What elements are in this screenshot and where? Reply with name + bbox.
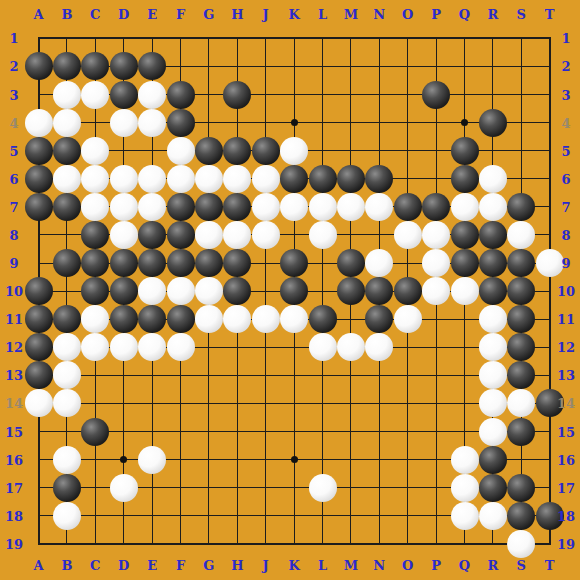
black-stone[interactable] bbox=[223, 277, 251, 305]
black-stone[interactable] bbox=[479, 277, 507, 305]
black-stone[interactable] bbox=[507, 333, 535, 361]
white-stone[interactable] bbox=[53, 389, 81, 417]
black-stone[interactable] bbox=[451, 137, 479, 165]
white-stone[interactable] bbox=[252, 305, 280, 333]
col-label-bottom-M: M bbox=[344, 559, 358, 572]
black-stone[interactable] bbox=[479, 221, 507, 249]
row-label-left-18: 18 bbox=[5, 509, 23, 522]
black-stone[interactable] bbox=[365, 165, 393, 193]
white-stone[interactable] bbox=[422, 221, 450, 249]
white-stone[interactable] bbox=[252, 165, 280, 193]
white-stone[interactable] bbox=[223, 165, 251, 193]
white-stone[interactable] bbox=[53, 165, 81, 193]
white-stone[interactable] bbox=[365, 193, 393, 221]
black-stone[interactable] bbox=[167, 249, 195, 277]
col-label-top-A: A bbox=[33, 8, 43, 21]
black-stone[interactable] bbox=[25, 137, 53, 165]
black-stone[interactable] bbox=[479, 249, 507, 277]
row-label-right-11: 11 bbox=[557, 313, 575, 326]
black-stone[interactable] bbox=[337, 249, 365, 277]
col-label-top-F: F bbox=[176, 8, 185, 21]
black-stone[interactable] bbox=[25, 165, 53, 193]
black-stone[interactable] bbox=[365, 277, 393, 305]
black-stone[interactable] bbox=[53, 193, 81, 221]
star-point bbox=[120, 456, 127, 463]
black-stone[interactable] bbox=[53, 52, 81, 80]
col-label-bottom-G: G bbox=[203, 559, 214, 572]
white-stone[interactable] bbox=[138, 446, 166, 474]
black-stone[interactable] bbox=[167, 305, 195, 333]
col-label-top-N: N bbox=[373, 8, 385, 21]
black-stone[interactable] bbox=[223, 81, 251, 109]
black-stone[interactable] bbox=[507, 249, 535, 277]
col-label-bottom-L: L bbox=[318, 559, 327, 572]
black-stone[interactable] bbox=[138, 305, 166, 333]
row-label-right-17: 17 bbox=[557, 481, 575, 494]
black-stone[interactable] bbox=[422, 193, 450, 221]
white-stone[interactable] bbox=[280, 305, 308, 333]
col-label-top-C: C bbox=[90, 8, 100, 21]
black-stone[interactable] bbox=[167, 109, 195, 137]
black-stone[interactable] bbox=[25, 277, 53, 305]
black-stone[interactable] bbox=[81, 277, 109, 305]
col-label-top-B: B bbox=[61, 8, 72, 21]
white-stone[interactable] bbox=[451, 277, 479, 305]
row-label-left-17: 17 bbox=[5, 481, 23, 494]
white-stone[interactable] bbox=[337, 333, 365, 361]
white-stone[interactable] bbox=[25, 109, 53, 137]
white-stone[interactable] bbox=[25, 389, 53, 417]
white-stone[interactable] bbox=[479, 333, 507, 361]
col-label-top-D: D bbox=[118, 8, 129, 21]
white-stone[interactable] bbox=[110, 109, 138, 137]
white-stone[interactable] bbox=[167, 333, 195, 361]
white-stone[interactable] bbox=[365, 249, 393, 277]
white-stone[interactable] bbox=[479, 418, 507, 446]
white-stone[interactable] bbox=[110, 193, 138, 221]
white-stone[interactable] bbox=[451, 446, 479, 474]
row-label-left-4: 4 bbox=[9, 116, 18, 129]
white-stone[interactable] bbox=[479, 361, 507, 389]
black-stone[interactable] bbox=[252, 137, 280, 165]
white-stone[interactable] bbox=[53, 81, 81, 109]
black-stone[interactable] bbox=[25, 305, 53, 333]
black-stone[interactable] bbox=[479, 474, 507, 502]
row-label-left-10: 10 bbox=[5, 285, 23, 298]
black-stone[interactable] bbox=[394, 193, 422, 221]
row-label-right-12: 12 bbox=[557, 341, 575, 354]
white-stone[interactable] bbox=[394, 221, 422, 249]
row-label-left-2: 2 bbox=[9, 60, 18, 73]
black-stone[interactable] bbox=[507, 474, 535, 502]
black-stone[interactable] bbox=[365, 305, 393, 333]
white-stone[interactable] bbox=[422, 249, 450, 277]
white-stone[interactable] bbox=[536, 249, 564, 277]
black-stone[interactable] bbox=[280, 249, 308, 277]
col-label-top-P: P bbox=[431, 8, 441, 21]
black-stone[interactable] bbox=[53, 137, 81, 165]
black-stone[interactable] bbox=[309, 305, 337, 333]
white-stone[interactable] bbox=[110, 165, 138, 193]
row-label-left-16: 16 bbox=[5, 453, 23, 466]
row-label-right-5: 5 bbox=[561, 144, 570, 157]
black-stone[interactable] bbox=[53, 474, 81, 502]
white-stone[interactable] bbox=[223, 221, 251, 249]
white-stone[interactable] bbox=[195, 165, 223, 193]
col-label-top-H: H bbox=[231, 8, 243, 21]
grid-line bbox=[549, 37, 551, 544]
row-label-right-7: 7 bbox=[561, 200, 570, 213]
white-stone[interactable] bbox=[479, 305, 507, 333]
row-label-left-11: 11 bbox=[5, 313, 23, 326]
col-label-top-M: M bbox=[344, 8, 358, 21]
row-label-right-3: 3 bbox=[561, 88, 570, 101]
white-stone[interactable] bbox=[81, 137, 109, 165]
row-label-right-19: 19 bbox=[557, 537, 575, 550]
black-stone[interactable] bbox=[81, 418, 109, 446]
black-stone[interactable] bbox=[507, 193, 535, 221]
black-stone[interactable] bbox=[507, 418, 535, 446]
white-stone[interactable] bbox=[365, 333, 393, 361]
grid-line bbox=[38, 543, 551, 545]
col-label-bottom-S: S bbox=[517, 559, 526, 572]
col-label-top-G: G bbox=[203, 8, 214, 21]
black-stone[interactable] bbox=[280, 165, 308, 193]
white-stone[interactable] bbox=[280, 193, 308, 221]
white-stone[interactable] bbox=[110, 474, 138, 502]
white-stone[interactable] bbox=[309, 333, 337, 361]
white-stone[interactable] bbox=[195, 305, 223, 333]
white-stone[interactable] bbox=[53, 109, 81, 137]
white-stone[interactable] bbox=[53, 446, 81, 474]
black-stone[interactable] bbox=[110, 52, 138, 80]
white-stone[interactable] bbox=[507, 221, 535, 249]
row-label-right-15: 15 bbox=[557, 425, 575, 438]
col-label-bottom-F: F bbox=[176, 559, 185, 572]
white-stone[interactable] bbox=[451, 193, 479, 221]
white-stone[interactable] bbox=[337, 193, 365, 221]
col-label-bottom-O: O bbox=[402, 559, 413, 572]
grid-line bbox=[322, 37, 323, 544]
black-stone[interactable] bbox=[81, 52, 109, 80]
black-stone[interactable] bbox=[479, 109, 507, 137]
col-label-top-L: L bbox=[318, 8, 327, 21]
black-stone[interactable] bbox=[167, 193, 195, 221]
white-stone[interactable] bbox=[479, 389, 507, 417]
white-stone[interactable] bbox=[422, 277, 450, 305]
row-label-left-6: 6 bbox=[9, 172, 18, 185]
white-stone[interactable] bbox=[81, 333, 109, 361]
col-label-bottom-H: H bbox=[231, 559, 243, 572]
col-label-top-T: T bbox=[545, 8, 555, 21]
black-stone[interactable] bbox=[223, 249, 251, 277]
row-label-right-8: 8 bbox=[561, 228, 570, 241]
star-point bbox=[291, 456, 298, 463]
white-stone[interactable] bbox=[479, 165, 507, 193]
row-label-right-16: 16 bbox=[557, 453, 575, 466]
col-label-top-O: O bbox=[402, 8, 413, 21]
white-stone[interactable] bbox=[507, 389, 535, 417]
col-label-top-Q: Q bbox=[459, 8, 470, 21]
col-label-top-E: E bbox=[147, 8, 157, 21]
col-label-bottom-T: T bbox=[545, 559, 555, 572]
white-stone[interactable] bbox=[167, 165, 195, 193]
black-stone[interactable] bbox=[25, 52, 53, 80]
col-label-bottom-J: J bbox=[263, 559, 269, 572]
white-stone[interactable] bbox=[138, 109, 166, 137]
col-label-bottom-A: A bbox=[33, 559, 43, 572]
white-stone[interactable] bbox=[53, 333, 81, 361]
grid-line bbox=[38, 403, 551, 404]
white-stone[interactable] bbox=[195, 221, 223, 249]
black-stone[interactable] bbox=[195, 137, 223, 165]
white-stone[interactable] bbox=[195, 277, 223, 305]
white-stone[interactable] bbox=[309, 193, 337, 221]
black-stone[interactable] bbox=[195, 193, 223, 221]
black-stone[interactable] bbox=[223, 137, 251, 165]
row-label-left-13: 13 bbox=[5, 369, 23, 382]
black-stone[interactable] bbox=[138, 52, 166, 80]
white-stone[interactable] bbox=[479, 502, 507, 530]
white-stone[interactable] bbox=[167, 137, 195, 165]
white-stone[interactable] bbox=[507, 530, 535, 558]
black-stone[interactable] bbox=[507, 305, 535, 333]
star-point bbox=[461, 119, 468, 126]
row-label-right-14: 14 bbox=[557, 397, 575, 410]
col-label-top-R: R bbox=[487, 8, 498, 21]
black-stone[interactable] bbox=[280, 277, 308, 305]
white-stone[interactable] bbox=[451, 502, 479, 530]
col-label-bottom-K: K bbox=[288, 559, 299, 572]
black-stone[interactable] bbox=[81, 249, 109, 277]
row-label-left-8: 8 bbox=[9, 228, 18, 241]
black-stone[interactable] bbox=[507, 361, 535, 389]
row-label-left-1: 1 bbox=[9, 32, 18, 45]
white-stone[interactable] bbox=[252, 193, 280, 221]
black-stone[interactable] bbox=[479, 446, 507, 474]
black-stone[interactable] bbox=[110, 305, 138, 333]
white-stone[interactable] bbox=[138, 333, 166, 361]
white-stone[interactable] bbox=[110, 333, 138, 361]
black-stone[interactable] bbox=[507, 277, 535, 305]
row-label-left-3: 3 bbox=[9, 88, 18, 101]
star-point bbox=[291, 119, 298, 126]
black-stone[interactable] bbox=[223, 193, 251, 221]
black-stone[interactable] bbox=[138, 249, 166, 277]
white-stone[interactable] bbox=[81, 165, 109, 193]
grid-line bbox=[38, 431, 551, 432]
black-stone[interactable] bbox=[167, 221, 195, 249]
black-stone[interactable] bbox=[81, 221, 109, 249]
col-label-top-S: S bbox=[517, 8, 526, 21]
white-stone[interactable] bbox=[223, 305, 251, 333]
black-stone[interactable] bbox=[451, 221, 479, 249]
white-stone[interactable] bbox=[110, 221, 138, 249]
white-stone[interactable] bbox=[53, 361, 81, 389]
white-stone[interactable] bbox=[138, 277, 166, 305]
black-stone[interactable] bbox=[309, 165, 337, 193]
black-stone[interactable] bbox=[451, 165, 479, 193]
black-stone[interactable] bbox=[25, 361, 53, 389]
col-label-bottom-C: C bbox=[90, 559, 100, 572]
row-label-left-15: 15 bbox=[5, 425, 23, 438]
black-stone[interactable] bbox=[394, 277, 422, 305]
white-stone[interactable] bbox=[309, 221, 337, 249]
black-stone[interactable] bbox=[110, 249, 138, 277]
col-label-bottom-B: B bbox=[61, 559, 72, 572]
row-label-right-6: 6 bbox=[561, 172, 570, 185]
row-label-right-9: 9 bbox=[561, 257, 570, 270]
black-stone[interactable] bbox=[110, 277, 138, 305]
row-label-right-18: 18 bbox=[557, 509, 575, 522]
row-label-left-9: 9 bbox=[9, 257, 18, 270]
row-label-left-7: 7 bbox=[9, 200, 18, 213]
row-label-left-5: 5 bbox=[9, 144, 18, 157]
black-stone[interactable] bbox=[422, 81, 450, 109]
white-stone[interactable] bbox=[81, 193, 109, 221]
white-stone[interactable] bbox=[479, 193, 507, 221]
col-label-bottom-P: P bbox=[431, 559, 441, 572]
white-stone[interactable] bbox=[138, 81, 166, 109]
row-label-left-14: 14 bbox=[5, 397, 23, 410]
col-label-top-K: K bbox=[288, 8, 299, 21]
white-stone[interactable] bbox=[81, 81, 109, 109]
row-label-right-1: 1 bbox=[561, 32, 570, 45]
white-stone[interactable] bbox=[309, 474, 337, 502]
black-stone[interactable] bbox=[195, 249, 223, 277]
grid-line bbox=[38, 375, 551, 376]
row-label-left-19: 19 bbox=[5, 537, 23, 550]
white-stone[interactable] bbox=[252, 221, 280, 249]
white-stone[interactable] bbox=[53, 502, 81, 530]
col-label-bottom-R: R bbox=[487, 559, 498, 572]
row-label-right-13: 13 bbox=[557, 369, 575, 382]
black-stone[interactable] bbox=[110, 81, 138, 109]
col-label-bottom-E: E bbox=[147, 559, 157, 572]
black-stone[interactable] bbox=[337, 277, 365, 305]
white-stone[interactable] bbox=[138, 193, 166, 221]
white-stone[interactable] bbox=[280, 137, 308, 165]
white-stone[interactable] bbox=[167, 277, 195, 305]
black-stone[interactable] bbox=[451, 249, 479, 277]
black-stone[interactable] bbox=[53, 249, 81, 277]
black-stone[interactable] bbox=[138, 221, 166, 249]
black-stone[interactable] bbox=[25, 333, 53, 361]
black-stone[interactable] bbox=[53, 305, 81, 333]
col-label-bottom-Q: Q bbox=[459, 559, 470, 572]
black-stone[interactable] bbox=[337, 165, 365, 193]
row-label-right-2: 2 bbox=[561, 60, 570, 73]
row-label-right-4: 4 bbox=[561, 116, 570, 129]
col-label-bottom-D: D bbox=[118, 559, 129, 572]
white-stone[interactable] bbox=[394, 305, 422, 333]
black-stone[interactable] bbox=[507, 502, 535, 530]
row-label-right-10: 10 bbox=[557, 285, 575, 298]
col-label-top-J: J bbox=[263, 8, 269, 21]
row-label-left-12: 12 bbox=[5, 341, 23, 354]
go-board[interactable]: AABBCCDDEEFFGGHHJJKKLLMMNNOOPPQQRRSSTT11… bbox=[0, 0, 580, 580]
col-label-bottom-N: N bbox=[373, 559, 385, 572]
white-stone[interactable] bbox=[138, 165, 166, 193]
white-stone[interactable] bbox=[451, 474, 479, 502]
black-stone[interactable] bbox=[167, 81, 195, 109]
white-stone[interactable] bbox=[81, 305, 109, 333]
black-stone[interactable] bbox=[25, 193, 53, 221]
